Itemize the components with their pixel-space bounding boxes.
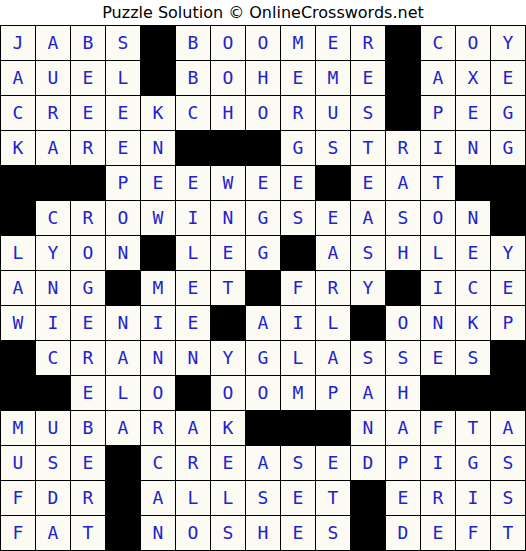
letter-cell: R: [71, 481, 105, 515]
letter-cell: N: [141, 131, 175, 165]
block-cell: [211, 306, 245, 340]
letter-cell: R: [176, 446, 210, 480]
letter-cell: O: [211, 376, 245, 410]
letter-cell: P: [106, 166, 140, 200]
letter-cell: W: [211, 166, 245, 200]
letter-cell: A: [176, 411, 210, 445]
letter-cell: T: [456, 411, 490, 445]
block-cell: [36, 166, 70, 200]
letter-cell: B: [176, 26, 210, 60]
letter-cell: G: [491, 131, 525, 165]
letter-cell: E: [71, 61, 105, 95]
letter-cell: P: [491, 306, 525, 340]
letter-cell: U: [316, 96, 350, 130]
letter-cell: I: [421, 446, 455, 480]
letter-cell: N: [456, 131, 490, 165]
letter-cell: E: [141, 166, 175, 200]
block-cell: [211, 131, 245, 165]
block-cell: [491, 376, 525, 410]
letter-cell: A: [106, 411, 140, 445]
letter-cell: F: [1, 516, 35, 550]
letter-cell: F: [456, 516, 490, 550]
block-cell: [281, 236, 315, 270]
block-cell: [386, 26, 420, 60]
letter-cell: O: [211, 61, 245, 95]
block-cell: [176, 131, 210, 165]
letter-cell: S: [106, 26, 140, 60]
letter-cell: A: [1, 61, 35, 95]
letter-cell: O: [246, 26, 280, 60]
letter-cell: C: [456, 271, 490, 305]
letter-cell: B: [71, 26, 105, 60]
letter-cell: N: [36, 271, 70, 305]
letter-cell: B: [176, 61, 210, 95]
letter-cell: L: [316, 306, 350, 340]
letter-cell: S: [351, 96, 385, 130]
letter-cell: E: [281, 481, 315, 515]
letter-cell: E: [351, 61, 385, 95]
letter-cell: L: [421, 236, 455, 270]
block-cell: [106, 481, 140, 515]
letter-cell: S: [351, 341, 385, 375]
letter-cell: R: [71, 341, 105, 375]
block-cell: [421, 376, 455, 410]
letter-cell: R: [281, 96, 315, 130]
letter-cell: N: [421, 306, 455, 340]
letter-cell: R: [421, 481, 455, 515]
letter-cell: R: [351, 26, 385, 60]
block-cell: [491, 201, 525, 235]
block-cell: [491, 166, 525, 200]
letter-cell: A: [386, 166, 420, 200]
letter-cell: S: [491, 481, 525, 515]
letter-cell: M: [141, 271, 175, 305]
letter-cell: C: [1, 96, 35, 130]
letter-cell: G: [246, 236, 280, 270]
letter-cell: K: [1, 131, 35, 165]
letter-cell: A: [1, 271, 35, 305]
letter-cell: S: [456, 341, 490, 375]
letter-cell: L: [176, 481, 210, 515]
letter-cell: O: [421, 201, 455, 235]
letter-cell: O: [141, 376, 175, 410]
letter-cell: S: [351, 236, 385, 270]
letter-cell: S: [281, 201, 315, 235]
block-cell: [106, 446, 140, 480]
letter-cell: E: [71, 306, 105, 340]
block-cell: [71, 166, 105, 200]
letter-cell: A: [491, 411, 525, 445]
letter-cell: S: [246, 481, 280, 515]
letter-cell: P: [421, 96, 455, 130]
block-cell: [351, 306, 385, 340]
letter-cell: Y: [211, 341, 245, 375]
letter-cell: F: [421, 411, 455, 445]
letter-cell: G: [491, 96, 525, 130]
letter-cell: T: [316, 481, 350, 515]
letter-cell: E: [281, 61, 315, 95]
letter-cell: M: [316, 61, 350, 95]
block-cell: [36, 376, 70, 410]
letter-cell: I: [281, 306, 315, 340]
letter-cell: T: [71, 516, 105, 550]
letter-cell: E: [176, 271, 210, 305]
letter-cell: D: [36, 481, 70, 515]
letter-cell: S: [281, 446, 315, 480]
letter-cell: E: [491, 61, 525, 95]
letter-cell: R: [71, 201, 105, 235]
crossword-grid: JABSBOOMERCOYAUELBOHEMEAXECREEKCHORUSPEG…: [0, 25, 526, 551]
letter-cell: F: [281, 271, 315, 305]
letter-cell: E: [316, 201, 350, 235]
letter-cell: G: [456, 446, 490, 480]
letter-cell: A: [106, 341, 140, 375]
letter-cell: A: [386, 411, 420, 445]
letter-cell: O: [386, 306, 420, 340]
letter-cell: R: [316, 271, 350, 305]
letter-cell: C: [421, 26, 455, 60]
letter-cell: S: [386, 341, 420, 375]
block-cell: [141, 236, 175, 270]
block-cell: [141, 26, 175, 60]
letter-cell: S: [386, 201, 420, 235]
letter-cell: D: [386, 516, 420, 550]
letter-cell: E: [491, 271, 525, 305]
letter-cell: E: [176, 306, 210, 340]
letter-cell: L: [211, 481, 245, 515]
letter-cell: N: [106, 236, 140, 270]
block-cell: [351, 516, 385, 550]
letter-cell: P: [316, 376, 350, 410]
letter-cell: I: [176, 201, 210, 235]
letter-cell: E: [456, 96, 490, 130]
letter-cell: K: [456, 306, 490, 340]
letter-cell: Y: [491, 26, 525, 60]
letter-cell: T: [421, 166, 455, 200]
letter-cell: L: [106, 61, 140, 95]
letter-cell: K: [141, 96, 175, 130]
letter-cell: L: [1, 236, 35, 270]
letter-cell: N: [141, 516, 175, 550]
letter-cell: E: [281, 516, 315, 550]
letter-cell: A: [351, 376, 385, 410]
letter-cell: U: [36, 61, 70, 95]
letter-cell: S: [36, 446, 70, 480]
puzzle-solution-page: Puzzle Solution © OnlineCrosswords.net J…: [0, 0, 526, 551]
letter-cell: N: [176, 341, 210, 375]
letter-cell: D: [351, 446, 385, 480]
letter-cell: S: [211, 516, 245, 550]
letter-cell: E: [456, 236, 490, 270]
letter-cell: E: [386, 481, 420, 515]
block-cell: [246, 271, 280, 305]
letter-cell: W: [141, 201, 175, 235]
letter-cell: R: [386, 131, 420, 165]
letter-cell: C: [36, 201, 70, 235]
letter-cell: A: [141, 481, 175, 515]
letter-cell: A: [316, 236, 350, 270]
letter-cell: E: [316, 446, 350, 480]
letter-cell: H: [246, 61, 280, 95]
letter-cell: T: [211, 271, 245, 305]
letter-cell: E: [106, 96, 140, 130]
letter-cell: A: [246, 306, 280, 340]
letter-cell: H: [386, 236, 420, 270]
letter-cell: E: [71, 96, 105, 130]
block-cell: [281, 411, 315, 445]
block-cell: [351, 481, 385, 515]
letter-cell: E: [421, 516, 455, 550]
letter-cell: A: [316, 341, 350, 375]
letter-cell: N: [351, 411, 385, 445]
page-title: Puzzle Solution © OnlineCrosswords.net: [102, 3, 424, 22]
letter-cell: O: [246, 376, 280, 410]
letter-cell: O: [71, 236, 105, 270]
block-cell: [456, 166, 490, 200]
letter-cell: X: [456, 61, 490, 95]
block-cell: [491, 341, 525, 375]
letter-cell: A: [421, 61, 455, 95]
letter-cell: C: [176, 96, 210, 130]
letter-cell: N: [106, 306, 140, 340]
letter-cell: G: [281, 131, 315, 165]
letter-cell: U: [1, 446, 35, 480]
block-cell: [1, 201, 35, 235]
letter-cell: C: [141, 446, 175, 480]
letter-cell: E: [176, 166, 210, 200]
letter-cell: L: [106, 376, 140, 410]
block-cell: [316, 411, 350, 445]
letter-cell: K: [211, 411, 245, 445]
letter-cell: A: [351, 201, 385, 235]
block-cell: [246, 411, 280, 445]
letter-cell: A: [36, 26, 70, 60]
letter-cell: F: [1, 481, 35, 515]
letter-cell: L: [281, 341, 315, 375]
letter-cell: E: [246, 166, 280, 200]
letter-cell: J: [1, 26, 35, 60]
title-bar: Puzzle Solution © OnlineCrosswords.net: [0, 0, 526, 25]
letter-cell: R: [36, 96, 70, 130]
letter-cell: M: [281, 26, 315, 60]
letter-cell: W: [1, 306, 35, 340]
letter-cell: A: [36, 131, 70, 165]
block-cell: [246, 131, 280, 165]
letter-cell: O: [456, 26, 490, 60]
letter-cell: H: [211, 96, 245, 130]
letter-cell: E: [421, 341, 455, 375]
letter-cell: Y: [36, 236, 70, 270]
letter-cell: T: [351, 131, 385, 165]
block-cell: [141, 61, 175, 95]
letter-cell: H: [246, 516, 280, 550]
letter-cell: I: [421, 271, 455, 305]
letter-cell: A: [246, 446, 280, 480]
letter-cell: M: [1, 411, 35, 445]
letter-cell: O: [246, 96, 280, 130]
letter-cell: R: [71, 131, 105, 165]
letter-cell: G: [246, 201, 280, 235]
letter-cell: G: [246, 341, 280, 375]
letter-cell: E: [71, 446, 105, 480]
block-cell: [1, 376, 35, 410]
letter-cell: S: [316, 516, 350, 550]
letter-cell: B: [71, 411, 105, 445]
block-cell: [1, 166, 35, 200]
letter-cell: R: [141, 411, 175, 445]
letter-cell: I: [141, 306, 175, 340]
letter-cell: E: [316, 26, 350, 60]
letter-cell: I: [421, 131, 455, 165]
letter-cell: H: [386, 376, 420, 410]
letter-cell: O: [211, 26, 245, 60]
letter-cell: I: [456, 481, 490, 515]
block-cell: [456, 376, 490, 410]
block-cell: [106, 516, 140, 550]
letter-cell: N: [456, 201, 490, 235]
letter-cell: A: [36, 516, 70, 550]
block-cell: [106, 271, 140, 305]
letter-cell: P: [386, 446, 420, 480]
letter-cell: E: [211, 446, 245, 480]
letter-cell: O: [176, 516, 210, 550]
letter-cell: Y: [351, 271, 385, 305]
block-cell: [1, 341, 35, 375]
letter-cell: T: [491, 516, 525, 550]
block-cell: [386, 96, 420, 130]
block-cell: [316, 166, 350, 200]
block-cell: [386, 271, 420, 305]
letter-cell: I: [36, 306, 70, 340]
letter-cell: N: [141, 341, 175, 375]
letter-cell: O: [106, 201, 140, 235]
letter-cell: G: [71, 271, 105, 305]
letter-cell: E: [71, 376, 105, 410]
block-cell: [386, 61, 420, 95]
block-cell: [176, 376, 210, 410]
letter-cell: E: [211, 236, 245, 270]
letter-cell: S: [491, 446, 525, 480]
letter-cell: E: [106, 131, 140, 165]
letter-cell: C: [36, 341, 70, 375]
letter-cell: U: [36, 411, 70, 445]
letter-cell: M: [281, 376, 315, 410]
letter-cell: Y: [491, 236, 525, 270]
letter-cell: E: [351, 166, 385, 200]
letter-cell: N: [211, 201, 245, 235]
letter-cell: S: [316, 131, 350, 165]
letter-cell: L: [176, 236, 210, 270]
letter-cell: E: [281, 166, 315, 200]
